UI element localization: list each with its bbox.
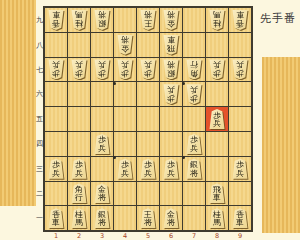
koma-silver-gote[interactable]: 銀将 xyxy=(186,159,203,179)
koma-lance-sente[interactable]: 香車 xyxy=(232,10,249,30)
koma-kanji: 歩兵 xyxy=(75,60,83,79)
koma-pawn-gote[interactable]: 歩兵 xyxy=(140,159,157,179)
koma-knight-sente[interactable]: 桂馬 xyxy=(209,10,226,30)
koma-kanji: 歩兵 xyxy=(98,134,106,153)
square-f5-r4[interactable] xyxy=(137,132,159,156)
koma-kanji: 金将 xyxy=(98,184,106,203)
koma-tile: 銀将 xyxy=(94,10,111,30)
koma-kanji: 銀将 xyxy=(98,209,106,228)
square-f4-r5[interactable] xyxy=(114,107,136,131)
square-f9-r9[interactable]: 香車 xyxy=(229,8,251,32)
koma-tile: 角行 xyxy=(71,183,88,203)
koma-tile: 歩兵 xyxy=(209,59,226,79)
square-f8-r2[interactable]: 飛車 xyxy=(206,182,228,206)
square-f9-r3[interactable]: 歩兵 xyxy=(229,157,251,181)
koma-kanji: 香車 xyxy=(236,209,244,228)
koma-kanji: 王将 xyxy=(144,10,152,29)
koma-kanji: 歩兵 xyxy=(52,60,60,79)
koma-pawn-sente[interactable]: 歩兵 xyxy=(232,59,249,79)
square-f5-r5[interactable] xyxy=(137,107,159,131)
koma-pawn-sente[interactable]: 歩兵 xyxy=(140,59,157,79)
koma-kanji: 金将 xyxy=(167,209,175,228)
square-f6-r5[interactable] xyxy=(160,107,182,131)
koma-kanji: 銀将 xyxy=(98,10,106,29)
square-f5-r2[interactable] xyxy=(137,182,159,206)
rank-label-三: 三 xyxy=(36,165,43,173)
shogi-screenshot: 先手番 香車桂馬銀将王将金将桂馬香車金将飛車歩兵歩兵歩兵歩兵歩兵銀将角行歩兵歩兵… xyxy=(0,0,300,240)
square-f3-r4[interactable]: 歩兵 xyxy=(91,132,113,156)
koma-gold-sente[interactable]: 金将 xyxy=(163,10,180,30)
square-f7-r4[interactable]: 歩兵 xyxy=(183,132,205,156)
square-f5-r7[interactable]: 歩兵 xyxy=(137,58,159,82)
square-f1-r2[interactable] xyxy=(45,182,67,206)
koma-tile: 金将 xyxy=(94,183,111,203)
hoshi-dot xyxy=(113,156,116,159)
square-f7-r8[interactable] xyxy=(183,33,205,57)
koma-tile: 歩兵 xyxy=(71,159,88,179)
square-f2-r3[interactable]: 歩兵 xyxy=(68,157,90,181)
square-f5-r8[interactable] xyxy=(137,33,159,57)
square-f9-r7[interactable]: 歩兵 xyxy=(229,58,251,82)
koma-tile: 金将 xyxy=(117,35,134,55)
square-f2-r1[interactable]: 桂馬 xyxy=(68,206,90,230)
square-f4-r4[interactable] xyxy=(114,132,136,156)
koma-gold-sente[interactable]: 金将 xyxy=(117,35,134,55)
koma-pawn-gote[interactable]: 歩兵 xyxy=(117,159,134,179)
square-f9-r8[interactable] xyxy=(229,33,251,57)
koma-tile: 桂馬 xyxy=(71,10,88,30)
file-label-2: 2 xyxy=(75,233,83,240)
koma-tile: 飛車 xyxy=(163,35,180,55)
square-f2-r8[interactable] xyxy=(68,33,90,57)
koma-bishop-gote[interactable]: 角行 xyxy=(71,183,88,203)
koma-kanji: 香車 xyxy=(236,10,244,29)
koma-rook-sente[interactable]: 飛車 xyxy=(163,35,180,55)
koma-tile: 銀将 xyxy=(186,159,203,179)
square-f8-r5[interactable]: 歩兵 xyxy=(206,107,228,131)
koma-kanji: 飛車 xyxy=(167,35,175,54)
koma-pawn-sente[interactable]: 歩兵 xyxy=(163,84,180,104)
koma-pawn-gote[interactable]: 歩兵 xyxy=(209,109,226,129)
square-f7-r6[interactable]: 歩兵 xyxy=(183,82,205,106)
square-f6-r9[interactable]: 金将 xyxy=(160,8,182,32)
square-f3-r8[interactable] xyxy=(91,33,113,57)
koma-tile: 歩兵 xyxy=(94,134,111,154)
koma-tile: 歩兵 xyxy=(94,59,111,79)
koma-tile: 歩兵 xyxy=(163,84,180,104)
koma-tile: 歩兵 xyxy=(48,159,65,179)
square-f2-r7[interactable]: 歩兵 xyxy=(68,58,90,82)
koma-knight-gote[interactable]: 桂馬 xyxy=(71,208,88,228)
koma-kanji: 歩兵 xyxy=(167,159,175,178)
koma-kanji: 歩兵 xyxy=(144,159,152,178)
square-f9-r5[interactable] xyxy=(229,107,251,131)
koma-tile: 歩兵 xyxy=(48,59,65,79)
koma-kanji: 歩兵 xyxy=(213,110,221,129)
file-label-1: 1 xyxy=(52,233,60,240)
koma-kanji: 歩兵 xyxy=(75,159,83,178)
square-f4-r3[interactable]: 歩兵 xyxy=(114,157,136,181)
square-f4-r2[interactable] xyxy=(114,182,136,206)
koma-kanji: 歩兵 xyxy=(98,60,106,79)
koma-tile: 香車 xyxy=(232,10,249,30)
koma-silver-sente[interactable]: 銀将 xyxy=(163,59,180,79)
koma-kanji: 王将 xyxy=(144,209,152,228)
square-f1-r5[interactable] xyxy=(45,107,67,131)
square-f3-r7[interactable]: 歩兵 xyxy=(91,58,113,82)
koma-tile: 王将 xyxy=(140,208,157,228)
koma-tile: 金将 xyxy=(163,208,180,228)
koma-tile: 香車 xyxy=(48,208,65,228)
komadai-left xyxy=(0,0,36,206)
hoshi-dot xyxy=(182,156,185,159)
square-f8-r3[interactable] xyxy=(206,157,228,181)
square-f9-r2[interactable] xyxy=(229,182,251,206)
square-f2-r6[interactable] xyxy=(68,82,90,106)
square-f6-r1[interactable]: 金将 xyxy=(160,206,182,230)
koma-lance-gote[interactable]: 香車 xyxy=(48,208,65,228)
koma-tile: 王将 xyxy=(140,10,157,30)
square-f1-r8[interactable] xyxy=(45,33,67,57)
rank-label-五: 五 xyxy=(36,115,43,123)
koma-tile: 桂馬 xyxy=(209,10,226,30)
koma-knight-sente[interactable]: 桂馬 xyxy=(71,10,88,30)
koma-kanji: 桂馬 xyxy=(75,209,83,228)
koma-king-sente[interactable]: 王将 xyxy=(140,10,157,30)
square-f9-r1[interactable]: 香車 xyxy=(229,206,251,230)
koma-kanji: 歩兵 xyxy=(190,134,198,153)
koma-tile: 歩兵 xyxy=(209,109,226,129)
koma-kanji: 香車 xyxy=(52,209,60,228)
koma-tile: 桂馬 xyxy=(209,208,226,228)
shogi-board: 香車桂馬銀将王将金将桂馬香車金将飛車歩兵歩兵歩兵歩兵歩兵銀将角行歩兵歩兵歩兵歩兵… xyxy=(43,6,253,232)
koma-tile: 金将 xyxy=(163,10,180,30)
koma-tile: 歩兵 xyxy=(117,59,134,79)
koma-lance-sente[interactable]: 香車 xyxy=(48,10,65,30)
square-f1-r1[interactable]: 香車 xyxy=(45,206,67,230)
koma-tile: 銀将 xyxy=(94,208,111,228)
koma-kanji: 歩兵 xyxy=(167,85,175,104)
square-f5-r1[interactable]: 王将 xyxy=(137,206,159,230)
koma-tile: 歩兵 xyxy=(186,134,203,154)
koma-kanji: 歩兵 xyxy=(213,60,221,79)
square-f9-r6[interactable] xyxy=(229,82,251,106)
square-f1-r3[interactable]: 歩兵 xyxy=(45,157,67,181)
square-f2-r5[interactable] xyxy=(68,107,90,131)
koma-king-gote[interactable]: 王将 xyxy=(140,208,157,228)
koma-gold-gote[interactable]: 金将 xyxy=(94,183,111,203)
koma-tile: 香車 xyxy=(232,208,249,228)
file-label-7: 7 xyxy=(190,233,198,240)
koma-kanji: 角行 xyxy=(75,184,83,203)
square-f6-r6[interactable]: 歩兵 xyxy=(160,82,182,106)
koma-tile: 歩兵 xyxy=(232,59,249,79)
file-label-6: 6 xyxy=(167,233,175,240)
koma-tile: 飛車 xyxy=(209,183,226,203)
square-f9-r4[interactable] xyxy=(229,132,251,156)
square-f6-r8[interactable]: 飛車 xyxy=(160,33,182,57)
turn-indicator: 先手番 xyxy=(260,12,300,26)
koma-tile: 桂馬 xyxy=(71,208,88,228)
koma-knight-gote[interactable]: 桂馬 xyxy=(209,208,226,228)
koma-kanji: 歩兵 xyxy=(236,159,244,178)
koma-bishop-sente[interactable]: 角行 xyxy=(186,59,203,79)
square-f4-r8[interactable]: 金将 xyxy=(114,33,136,57)
square-f3-r3[interactable] xyxy=(91,157,113,181)
square-f6-r2[interactable] xyxy=(160,182,182,206)
rank-label-六: 六 xyxy=(36,90,43,98)
square-f2-r4[interactable] xyxy=(68,132,90,156)
square-f2-r2[interactable]: 角行 xyxy=(68,182,90,206)
koma-kanji: 歩兵 xyxy=(52,159,60,178)
koma-pawn-sente[interactable]: 歩兵 xyxy=(94,59,111,79)
hoshi-dot xyxy=(182,82,185,85)
square-f8-r1[interactable]: 桂馬 xyxy=(206,206,228,230)
koma-kanji: 飛車 xyxy=(213,184,221,203)
rank-label-九: 九 xyxy=(36,16,43,24)
square-f5-r3[interactable]: 歩兵 xyxy=(137,157,159,181)
koma-pawn-gote[interactable]: 歩兵 xyxy=(232,159,249,179)
koma-silver-sente[interactable]: 銀将 xyxy=(94,10,111,30)
koma-pawn-sente[interactable]: 歩兵 xyxy=(117,59,134,79)
file-label-5: 5 xyxy=(144,233,152,240)
koma-kanji: 香車 xyxy=(52,10,60,29)
koma-tile: 歩兵 xyxy=(117,159,134,179)
square-f7-r1[interactable] xyxy=(183,206,205,230)
rank-label-一: 一 xyxy=(36,214,43,222)
koma-tile: 歩兵 xyxy=(140,59,157,79)
square-f4-r1[interactable] xyxy=(114,206,136,230)
koma-pawn-sente[interactable]: 歩兵 xyxy=(186,84,203,104)
koma-kanji: 歩兵 xyxy=(190,85,198,104)
square-f1-r6[interactable] xyxy=(45,82,67,106)
square-f8-r7[interactable]: 歩兵 xyxy=(206,58,228,82)
koma-kanji: 歩兵 xyxy=(121,60,129,79)
koma-kanji: 金将 xyxy=(167,10,175,29)
koma-pawn-gote[interactable]: 歩兵 xyxy=(71,159,88,179)
koma-lance-gote[interactable]: 香車 xyxy=(232,208,249,228)
hoshi-dot xyxy=(113,82,116,85)
square-f2-r9[interactable]: 桂馬 xyxy=(68,8,90,32)
rank-label-七: 七 xyxy=(36,66,43,74)
square-f6-r4[interactable] xyxy=(160,132,182,156)
koma-kanji: 桂馬 xyxy=(213,209,221,228)
square-f7-r5[interactable] xyxy=(183,107,205,131)
koma-kanji: 金将 xyxy=(121,35,129,54)
koma-tile: 歩兵 xyxy=(232,159,249,179)
koma-tile: 歩兵 xyxy=(163,159,180,179)
koma-pawn-sente[interactable]: 歩兵 xyxy=(48,59,65,79)
file-label-9: 9 xyxy=(236,233,244,240)
koma-tile: 角行 xyxy=(186,59,203,79)
square-f7-r7[interactable]: 角行 xyxy=(183,58,205,82)
square-f7-r9[interactable] xyxy=(183,8,205,32)
square-f3-r2[interactable]: 金将 xyxy=(91,182,113,206)
koma-pawn-gote[interactable]: 歩兵 xyxy=(94,134,111,154)
rank-label-四: 四 xyxy=(36,140,43,148)
koma-kanji: 銀将 xyxy=(190,159,198,178)
koma-pawn-sente[interactable]: 歩兵 xyxy=(71,59,88,79)
koma-tile: 歩兵 xyxy=(186,84,203,104)
koma-tile: 香車 xyxy=(48,10,65,30)
koma-kanji: 桂馬 xyxy=(213,10,221,29)
square-f8-r4[interactable] xyxy=(206,132,228,156)
square-f7-r3[interactable]: 銀将 xyxy=(183,157,205,181)
file-label-8: 8 xyxy=(213,233,221,240)
koma-kanji: 銀将 xyxy=(167,60,175,79)
file-label-4: 4 xyxy=(121,233,129,240)
koma-gold-gote[interactable]: 金将 xyxy=(163,208,180,228)
square-f3-r6[interactable] xyxy=(91,82,113,106)
koma-kanji: 歩兵 xyxy=(236,60,244,79)
board-grid: 香車桂馬銀将王将金将桂馬香車金将飛車歩兵歩兵歩兵歩兵歩兵銀将角行歩兵歩兵歩兵歩兵… xyxy=(45,8,251,230)
koma-kanji: 角行 xyxy=(190,60,198,79)
square-f6-r7[interactable]: 銀将 xyxy=(160,58,182,82)
koma-tile: 歩兵 xyxy=(140,159,157,179)
square-f1-r9[interactable]: 香車 xyxy=(45,8,67,32)
koma-kanji: 歩兵 xyxy=(121,159,129,178)
koma-rook-gote[interactable]: 飛車 xyxy=(209,183,226,203)
square-f8-r9[interactable]: 桂馬 xyxy=(206,8,228,32)
square-f1-r4[interactable] xyxy=(45,132,67,156)
koma-pawn-gote[interactable]: 歩兵 xyxy=(48,159,65,179)
komadai-right xyxy=(262,57,300,233)
square-f5-r6[interactable] xyxy=(137,82,159,106)
koma-silver-gote[interactable]: 銀将 xyxy=(94,208,111,228)
square-f4-r6[interactable] xyxy=(114,82,136,106)
square-f3-r5[interactable] xyxy=(91,107,113,131)
koma-kanji: 歩兵 xyxy=(144,60,152,79)
square-f7-r2[interactable] xyxy=(183,182,205,206)
square-f1-r7[interactable]: 歩兵 xyxy=(45,58,67,82)
square-f8-r8[interactable] xyxy=(206,33,228,57)
koma-pawn-gote[interactable]: 歩兵 xyxy=(163,159,180,179)
koma-pawn-sente[interactable]: 歩兵 xyxy=(209,59,226,79)
koma-kanji: 桂馬 xyxy=(75,10,83,29)
square-f5-r9[interactable]: 王将 xyxy=(137,8,159,32)
koma-tile: 歩兵 xyxy=(71,59,88,79)
file-label-3: 3 xyxy=(98,233,106,240)
rank-label-二: 二 xyxy=(36,190,43,198)
square-f8-r6[interactable] xyxy=(206,82,228,106)
square-f4-r7[interactable]: 歩兵 xyxy=(114,58,136,82)
koma-tile: 銀将 xyxy=(163,59,180,79)
koma-pawn-gote[interactable]: 歩兵 xyxy=(186,134,203,154)
square-f3-r9[interactable]: 銀将 xyxy=(91,8,113,32)
square-f4-r9[interactable] xyxy=(114,8,136,32)
square-f3-r1[interactable]: 銀将 xyxy=(91,206,113,230)
rank-label-八: 八 xyxy=(36,41,43,49)
square-f6-r3[interactable]: 歩兵 xyxy=(160,157,182,181)
